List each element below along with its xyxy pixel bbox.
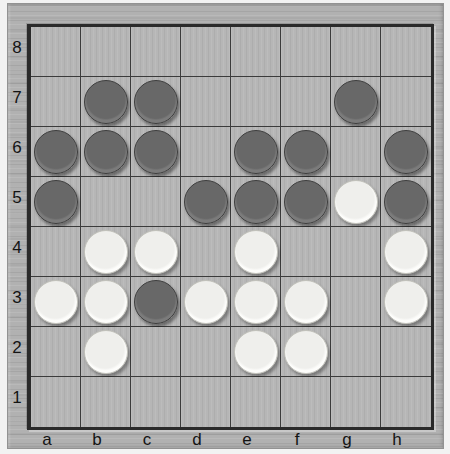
dark-disc-c6	[134, 130, 178, 174]
file-label-e: e	[222, 430, 272, 450]
square-a3[interactable]	[31, 277, 81, 327]
white-disc-c4	[134, 230, 178, 274]
dark-disc-b6	[84, 130, 128, 174]
square-b3[interactable]	[81, 277, 131, 327]
square-e6[interactable]	[231, 127, 281, 177]
white-disc-b4	[84, 230, 128, 274]
square-f1[interactable]	[281, 377, 331, 427]
square-e2[interactable]	[231, 327, 281, 377]
rank-label-5: 5	[9, 188, 25, 208]
othello-board-screenshot: 87654321 abcdefgh	[0, 0, 450, 454]
square-g6[interactable]	[331, 127, 381, 177]
file-label-c: c	[122, 430, 172, 450]
white-disc-h4	[384, 230, 428, 274]
white-disc-a3	[34, 280, 78, 324]
square-b7[interactable]	[81, 77, 131, 127]
board-grid	[27, 24, 434, 430]
square-c4[interactable]	[131, 227, 181, 277]
square-g7[interactable]	[331, 77, 381, 127]
square-h4[interactable]	[381, 227, 431, 277]
square-d6[interactable]	[181, 127, 231, 177]
square-c5[interactable]	[131, 177, 181, 227]
square-a4[interactable]	[31, 227, 81, 277]
file-label-a: a	[22, 430, 72, 450]
square-f5[interactable]	[281, 177, 331, 227]
square-g4[interactable]	[331, 227, 381, 277]
square-d3[interactable]	[181, 277, 231, 327]
dark-disc-d5	[184, 180, 228, 224]
square-c8[interactable]	[131, 27, 181, 77]
rank-label-4: 4	[9, 238, 25, 258]
square-a7[interactable]	[31, 77, 81, 127]
square-b8[interactable]	[81, 27, 131, 77]
file-label-g: g	[322, 430, 372, 450]
square-d2[interactable]	[181, 327, 231, 377]
file-label-b: b	[72, 430, 122, 450]
square-h7[interactable]	[381, 77, 431, 127]
square-e5[interactable]	[231, 177, 281, 227]
square-h6[interactable]	[381, 127, 431, 177]
rank-label-7: 7	[9, 88, 25, 108]
square-h3[interactable]	[381, 277, 431, 327]
square-a2[interactable]	[31, 327, 81, 377]
square-h5[interactable]	[381, 177, 431, 227]
white-disc-b2	[84, 330, 128, 374]
square-b6[interactable]	[81, 127, 131, 177]
square-b1[interactable]	[81, 377, 131, 427]
square-e3[interactable]	[231, 277, 281, 327]
square-g5[interactable]	[331, 177, 381, 227]
white-disc-e3	[234, 280, 278, 324]
square-h8[interactable]	[381, 27, 431, 77]
square-a1[interactable]	[31, 377, 81, 427]
square-f6[interactable]	[281, 127, 331, 177]
square-a8[interactable]	[31, 27, 81, 77]
square-a6[interactable]	[31, 127, 81, 177]
dark-disc-c7	[134, 80, 178, 124]
square-f7[interactable]	[281, 77, 331, 127]
square-c7[interactable]	[131, 77, 181, 127]
dark-disc-e6	[234, 130, 278, 174]
square-e8[interactable]	[231, 27, 281, 77]
rank-label-3: 3	[9, 288, 25, 308]
square-e4[interactable]	[231, 227, 281, 277]
dark-disc-f6	[284, 130, 328, 174]
square-f4[interactable]	[281, 227, 331, 277]
white-disc-g5	[334, 180, 378, 224]
square-b2[interactable]	[81, 327, 131, 377]
file-label-f: f	[272, 430, 322, 450]
square-e7[interactable]	[231, 77, 281, 127]
square-c1[interactable]	[131, 377, 181, 427]
square-g3[interactable]	[331, 277, 381, 327]
white-disc-d3	[184, 280, 228, 324]
square-d7[interactable]	[181, 77, 231, 127]
dark-disc-a5	[34, 180, 78, 224]
rank-label-8: 8	[9, 38, 25, 58]
rank-label-1: 1	[9, 388, 25, 408]
square-d1[interactable]	[181, 377, 231, 427]
square-g1[interactable]	[331, 377, 381, 427]
white-disc-e2	[234, 330, 278, 374]
rank-label-2: 2	[9, 338, 25, 358]
square-e1[interactable]	[231, 377, 281, 427]
white-disc-h3	[384, 280, 428, 324]
square-f2[interactable]	[281, 327, 331, 377]
square-b4[interactable]	[81, 227, 131, 277]
square-g8[interactable]	[331, 27, 381, 77]
white-disc-f3	[284, 280, 328, 324]
square-c3[interactable]	[131, 277, 181, 327]
white-disc-e4	[234, 230, 278, 274]
dark-disc-h6	[384, 130, 428, 174]
square-d4[interactable]	[181, 227, 231, 277]
white-disc-b3	[84, 280, 128, 324]
square-d8[interactable]	[181, 27, 231, 77]
square-f8[interactable]	[281, 27, 331, 77]
square-c6[interactable]	[131, 127, 181, 177]
square-a5[interactable]	[31, 177, 81, 227]
square-b5[interactable]	[81, 177, 131, 227]
square-f3[interactable]	[281, 277, 331, 327]
square-h2[interactable]	[381, 327, 431, 377]
file-label-d: d	[172, 430, 222, 450]
square-g2[interactable]	[331, 327, 381, 377]
dark-disc-g7	[334, 80, 378, 124]
dark-disc-f5	[284, 180, 328, 224]
file-label-h: h	[372, 430, 422, 450]
dark-disc-h5	[384, 180, 428, 224]
square-h1[interactable]	[381, 377, 431, 427]
dark-disc-c3	[134, 280, 178, 324]
square-c2[interactable]	[131, 327, 181, 377]
square-d5[interactable]	[181, 177, 231, 227]
rank-label-6: 6	[9, 138, 25, 158]
white-disc-f2	[284, 330, 328, 374]
dark-disc-a6	[34, 130, 78, 174]
dark-disc-b7	[84, 80, 128, 124]
dark-disc-e5	[234, 180, 278, 224]
